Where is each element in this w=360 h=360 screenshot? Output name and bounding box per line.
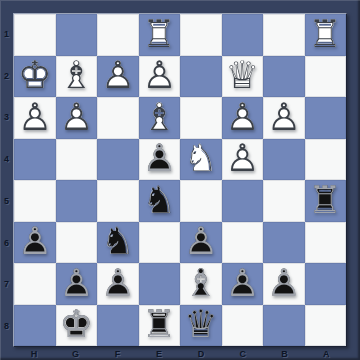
file-label-c: C [222,347,264,360]
square-g1[interactable] [56,14,98,56]
square-e5[interactable]: ♞♘ [139,180,181,222]
square-c7[interactable]: ♟♙ [222,263,264,305]
piece-white-rook-e1[interactable]: ♜♖ [139,14,181,56]
square-a7[interactable] [305,263,347,305]
piece-white-bishop-g2[interactable]: ♝♗ [56,56,98,98]
rank-label-5: 5 [0,180,13,222]
square-b5[interactable] [263,180,305,222]
board-frame: 12345678 HGFEDCBA ♜♖♜♖♚♔♝♗♟♙♟♙♛♕♟♙♟♙♝♗♟♙… [0,0,360,360]
piece-black-pawn-g7[interactable]: ♟♙ [56,263,98,305]
rank-label-1: 1 [0,13,13,55]
square-f5[interactable] [97,180,139,222]
square-a3[interactable] [305,97,347,139]
square-f3[interactable] [97,97,139,139]
white-pawn-outline-icon: ♙ [142,56,176,94]
piece-black-bishop-d7[interactable]: ♝♗ [180,263,222,305]
square-d4[interactable]: ♞♘ [180,139,222,181]
square-h2[interactable]: ♚♔ [14,56,56,98]
piece-black-king-g8[interactable]: ♚♔ [56,305,98,347]
black-knight-outline-icon: ♘ [101,222,135,260]
white-king-outline-icon: ♔ [18,56,52,94]
black-pawn-outline-icon: ♙ [184,222,218,260]
square-h5[interactable] [14,180,56,222]
white-pawn-outline-icon: ♙ [267,98,301,136]
piece-black-knight-f6[interactable]: ♞♘ [97,222,139,264]
square-f2[interactable]: ♟♙ [97,56,139,98]
piece-white-pawn-g3[interactable]: ♟♙ [56,97,98,139]
piece-black-rook-a5[interactable]: ♜♖ [305,180,347,222]
file-label-e: E [138,347,180,360]
square-h4[interactable] [14,139,56,181]
white-pawn-outline-icon: ♙ [59,98,93,136]
square-h3[interactable]: ♟♙ [14,97,56,139]
piece-white-rook-a1[interactable]: ♜♖ [305,14,347,56]
square-e6[interactable] [139,222,181,264]
square-h1[interactable] [14,14,56,56]
black-pawn-outline-icon: ♙ [18,222,52,260]
square-f7[interactable]: ♟♙ [97,263,139,305]
square-c3[interactable]: ♟♙ [222,97,264,139]
black-pawn-outline-icon: ♙ [225,264,259,302]
square-f4[interactable] [97,139,139,181]
square-b7[interactable]: ♟♙ [263,263,305,305]
square-d1[interactable] [180,14,222,56]
square-e8[interactable]: ♜♖ [139,305,181,347]
square-b1[interactable] [263,14,305,56]
square-e3[interactable]: ♝♗ [139,97,181,139]
piece-white-pawn-f2[interactable]: ♟♙ [97,56,139,98]
square-d2[interactable] [180,56,222,98]
file-labels: HGFEDCBA [13,347,347,360]
file-label-f: F [97,347,139,360]
square-h6[interactable]: ♟♙ [14,222,56,264]
piece-white-knight-d4[interactable]: ♞♘ [180,139,222,181]
black-knight-outline-icon: ♘ [142,181,176,219]
piece-white-pawn-c4[interactable]: ♟♙ [222,139,264,181]
piece-white-pawn-e2[interactable]: ♟♙ [139,56,181,98]
square-c2[interactable]: ♛♕ [222,56,264,98]
white-pawn-outline-icon: ♙ [101,56,135,94]
file-label-a: A [305,347,347,360]
square-f1[interactable] [97,14,139,56]
file-label-g: G [55,347,97,360]
piece-black-pawn-h6[interactable]: ♟♙ [14,222,56,264]
piece-black-rook-e8[interactable]: ♜♖ [139,305,181,347]
square-g3[interactable]: ♟♙ [56,97,98,139]
white-bishop-outline-icon: ♗ [59,56,93,94]
square-h7[interactable] [14,263,56,305]
square-e1[interactable]: ♜♖ [139,14,181,56]
white-knight-outline-icon: ♘ [184,139,218,177]
black-pawn-outline-icon: ♙ [101,264,135,302]
white-bishop-outline-icon: ♗ [142,98,176,136]
chess-board[interactable]: ♜♖♜♖♚♔♝♗♟♙♟♙♛♕♟♙♟♙♝♗♟♙♟♙♟♙♞♘♟♙♞♘♜♖♟♙♞♘♟♙… [13,13,347,347]
square-c8[interactable] [222,305,264,347]
square-d6[interactable]: ♟♙ [180,222,222,264]
white-rook-outline-icon: ♖ [142,15,176,53]
black-rook-outline-icon: ♖ [142,305,176,343]
square-g8[interactable]: ♚♔ [56,305,98,347]
piece-white-pawn-c3[interactable]: ♟♙ [222,97,264,139]
square-e4[interactable]: ♟♙ [139,139,181,181]
black-rook-outline-icon: ♖ [308,181,342,219]
piece-white-pawn-h3[interactable]: ♟♙ [14,97,56,139]
square-e2[interactable]: ♟♙ [139,56,181,98]
square-g2[interactable]: ♝♗ [56,56,98,98]
square-d7[interactable]: ♝♗ [180,263,222,305]
white-pawn-outline-icon: ♙ [225,139,259,177]
piece-black-pawn-e4[interactable]: ♟♙ [139,139,181,181]
square-a8[interactable] [305,305,347,347]
rank-labels: 12345678 [0,13,13,347]
black-bishop-outline-icon: ♗ [184,264,218,302]
square-b6[interactable] [263,222,305,264]
square-g6[interactable] [56,222,98,264]
square-a5[interactable]: ♜♖ [305,180,347,222]
rank-label-2: 2 [0,55,13,97]
piece-black-knight-e5[interactable]: ♞♘ [139,180,181,222]
square-h8[interactable] [14,305,56,347]
black-pawn-outline-icon: ♙ [142,139,176,177]
square-f8[interactable] [97,305,139,347]
square-b3[interactable]: ♟♙ [263,97,305,139]
square-b4[interactable] [263,139,305,181]
square-e7[interactable] [139,263,181,305]
black-king-outline-icon: ♔ [59,305,93,343]
piece-black-pawn-f7[interactable]: ♟♙ [97,263,139,305]
black-pawn-outline-icon: ♙ [59,264,93,302]
white-queen-outline-icon: ♕ [225,56,259,94]
square-c4[interactable]: ♟♙ [222,139,264,181]
piece-black-pawn-c7[interactable]: ♟♙ [222,263,264,305]
black-queen-outline-icon: ♕ [184,305,218,343]
square-a2[interactable] [305,56,347,98]
square-g7[interactable]: ♟♙ [56,263,98,305]
piece-white-bishop-e3[interactable]: ♝♗ [139,97,181,139]
piece-white-queen-c2[interactable]: ♛♕ [222,56,264,98]
square-a6[interactable] [305,222,347,264]
rank-label-4: 4 [0,138,13,180]
square-c5[interactable] [222,180,264,222]
square-a1[interactable]: ♜♖ [305,14,347,56]
file-label-b: B [264,347,306,360]
square-d5[interactable] [180,180,222,222]
square-f6[interactable]: ♞♘ [97,222,139,264]
piece-black-pawn-d6[interactable]: ♟♙ [180,222,222,264]
piece-white-pawn-b3[interactable]: ♟♙ [263,97,305,139]
square-b8[interactable] [263,305,305,347]
rank-label-8: 8 [0,305,13,347]
square-d3[interactable] [180,97,222,139]
square-g5[interactable] [56,180,98,222]
piece-black-queen-d8[interactable]: ♛♕ [180,305,222,347]
rank-label-3: 3 [0,97,13,139]
square-b2[interactable] [263,56,305,98]
rank-label-7: 7 [0,264,13,306]
square-c1[interactable] [222,14,264,56]
file-label-d: D [180,347,222,360]
white-rook-outline-icon: ♖ [308,15,342,53]
square-g4[interactable] [56,139,98,181]
piece-white-king-h2[interactable]: ♚♔ [14,56,56,98]
black-pawn-outline-icon: ♙ [267,264,301,302]
square-a4[interactable] [305,139,347,181]
square-d8[interactable]: ♛♕ [180,305,222,347]
square-c6[interactable] [222,222,264,264]
white-pawn-outline-icon: ♙ [18,98,52,136]
rank-label-6: 6 [0,222,13,264]
file-label-h: H [13,347,55,360]
white-pawn-outline-icon: ♙ [225,98,259,136]
piece-black-pawn-b7[interactable]: ♟♙ [263,263,305,305]
